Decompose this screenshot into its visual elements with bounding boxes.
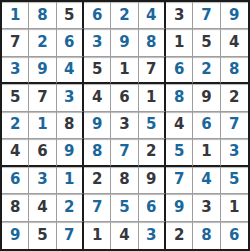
cell-r7c5[interactable]: 8 (111, 167, 138, 194)
cell-r9c6[interactable]: 3 (139, 222, 166, 249)
cell-r3c6[interactable]: 7 (139, 57, 166, 84)
cell-r4c6[interactable]: 1 (139, 84, 166, 111)
cell-r5c6[interactable]: 5 (139, 112, 166, 139)
cell-r8c8[interactable]: 3 (193, 194, 220, 221)
cell-r8c3[interactable]: 2 (57, 194, 84, 221)
cell-r1c6[interactable]: 4 (139, 2, 166, 29)
cell-r2c7[interactable]: 1 (166, 29, 193, 56)
cell-r1c4[interactable]: 6 (84, 2, 111, 29)
cell-r1c9[interactable]: 9 (221, 2, 248, 29)
cell-r5c2[interactable]: 1 (29, 112, 56, 139)
cell-r9c3[interactable]: 7 (57, 222, 84, 249)
cell-r1c8[interactable]: 7 (193, 2, 220, 29)
cell-r5c9[interactable]: 7 (221, 112, 248, 139)
cell-r5c5[interactable]: 3 (111, 112, 138, 139)
cell-r6c1[interactable]: 4 (2, 139, 29, 166)
cell-r1c1[interactable]: 1 (2, 2, 29, 29)
cell-r6c7[interactable]: 5 (166, 139, 193, 166)
cell-r4c8[interactable]: 9 (193, 84, 220, 111)
cell-r7c4[interactable]: 2 (84, 167, 111, 194)
cell-r4c9[interactable]: 2 (221, 84, 248, 111)
cell-r6c9[interactable]: 3 (221, 139, 248, 166)
cell-r6c4[interactable]: 8 (84, 139, 111, 166)
cell-r6c2[interactable]: 6 (29, 139, 56, 166)
cell-r1c2[interactable]: 8 (29, 2, 56, 29)
cell-r7c7[interactable]: 7 (166, 167, 193, 194)
cell-r3c5[interactable]: 1 (111, 57, 138, 84)
cell-r6c8[interactable]: 1 (193, 139, 220, 166)
cell-r3c3[interactable]: 4 (57, 57, 84, 84)
cell-r8c4[interactable]: 7 (84, 194, 111, 221)
cell-r1c7[interactable]: 3 (166, 2, 193, 29)
cell-r3c7[interactable]: 6 (166, 57, 193, 84)
cell-r8c5[interactable]: 5 (111, 194, 138, 221)
cell-r9c7[interactable]: 2 (166, 222, 193, 249)
cell-r1c5[interactable]: 2 (111, 2, 138, 29)
cell-r4c3[interactable]: 3 (57, 84, 84, 111)
cell-r6c3[interactable]: 9 (57, 139, 84, 166)
cell-r6c5[interactable]: 7 (111, 139, 138, 166)
cell-r3c8[interactable]: 2 (193, 57, 220, 84)
cell-r8c1[interactable]: 8 (2, 194, 29, 221)
cell-r3c9[interactable]: 8 (221, 57, 248, 84)
cell-r2c9[interactable]: 4 (221, 29, 248, 56)
cell-r4c2[interactable]: 7 (29, 84, 56, 111)
cell-r7c9[interactable]: 5 (221, 167, 248, 194)
cell-r3c1[interactable]: 3 (2, 57, 29, 84)
cell-r9c1[interactable]: 9 (2, 222, 29, 249)
cell-r1c3[interactable]: 5 (57, 2, 84, 29)
cell-r2c2[interactable]: 2 (29, 29, 56, 56)
cell-r2c6[interactable]: 8 (139, 29, 166, 56)
cell-r8c9[interactable]: 1 (221, 194, 248, 221)
cell-r3c2[interactable]: 9 (29, 57, 56, 84)
cell-r5c7[interactable]: 4 (166, 112, 193, 139)
cell-r4c5[interactable]: 6 (111, 84, 138, 111)
cell-r9c9[interactable]: 6 (221, 222, 248, 249)
sudoku-board: 1856243797263981543945176285734618922189… (0, 0, 250, 251)
cell-r7c6[interactable]: 9 (139, 167, 166, 194)
cell-r6c6[interactable]: 2 (139, 139, 166, 166)
cell-r2c4[interactable]: 3 (84, 29, 111, 56)
cell-r8c6[interactable]: 6 (139, 194, 166, 221)
cell-r9c8[interactable]: 8 (193, 222, 220, 249)
cell-r5c1[interactable]: 2 (2, 112, 29, 139)
cell-r8c2[interactable]: 4 (29, 194, 56, 221)
cell-r5c4[interactable]: 9 (84, 112, 111, 139)
cell-r4c1[interactable]: 5 (2, 84, 29, 111)
cell-r2c5[interactable]: 9 (111, 29, 138, 56)
cell-r9c2[interactable]: 5 (29, 222, 56, 249)
cell-r7c8[interactable]: 4 (193, 167, 220, 194)
cell-r9c5[interactable]: 4 (111, 222, 138, 249)
cell-r7c3[interactable]: 1 (57, 167, 84, 194)
cell-r4c4[interactable]: 4 (84, 84, 111, 111)
cell-r8c7[interactable]: 9 (166, 194, 193, 221)
cell-r7c1[interactable]: 6 (2, 167, 29, 194)
cell-r5c8[interactable]: 6 (193, 112, 220, 139)
cell-r5c3[interactable]: 8 (57, 112, 84, 139)
cell-r9c4[interactable]: 1 (84, 222, 111, 249)
cell-r7c2[interactable]: 3 (29, 167, 56, 194)
cell-r3c4[interactable]: 5 (84, 57, 111, 84)
cell-r2c1[interactable]: 7 (2, 29, 29, 56)
cell-r4c7[interactable]: 8 (166, 84, 193, 111)
cell-r2c8[interactable]: 5 (193, 29, 220, 56)
cell-r2c3[interactable]: 6 (57, 29, 84, 56)
